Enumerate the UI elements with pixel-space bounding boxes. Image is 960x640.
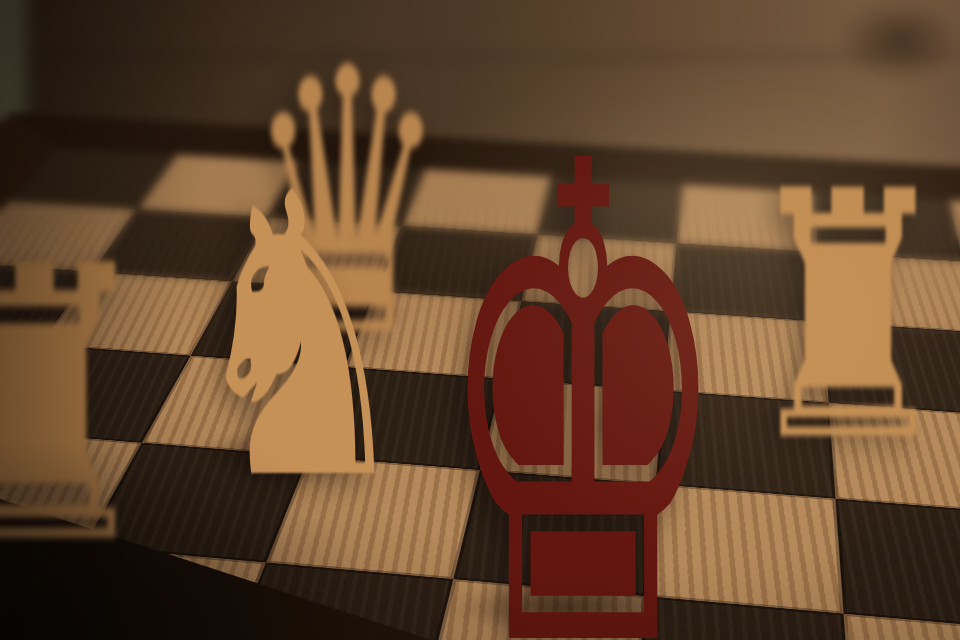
pieces-layer: ♛♜♟♞♜♚	[0, 0, 960, 640]
photo-scene: ♛♜♟♞♜♚	[0, 0, 960, 640]
white-rook-right-glyph: ♜	[740, 147, 955, 488]
black-king-glyph: ♚	[435, 80, 731, 640]
white-knight-glyph: ♞	[183, 143, 416, 533]
white-rook-left-glyph: ♜	[0, 217, 163, 596]
